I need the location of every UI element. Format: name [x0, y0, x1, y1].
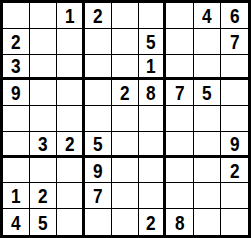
cell-r7c6[interactable] [139, 158, 166, 184]
cell-r8c7[interactable] [166, 183, 193, 209]
given-digit: 1 [11, 185, 21, 206]
cell-r1c3: 1 [57, 3, 84, 29]
cell-r1c9: 6 [221, 3, 248, 29]
given-digit: 8 [175, 212, 185, 233]
cell-r1c6[interactable] [139, 3, 166, 29]
cell-r2c4[interactable] [85, 29, 112, 55]
cell-r2c6: 5 [139, 29, 166, 55]
cell-r1c4: 2 [85, 3, 112, 29]
cell-r7c3[interactable] [57, 158, 84, 184]
cell-r2c2[interactable] [30, 29, 57, 55]
cell-r3c2[interactable] [30, 55, 57, 81]
given-digit: 3 [11, 55, 21, 76]
sudoku-board: 124625731928753259921274528 [0, 0, 251, 238]
given-digit: 7 [175, 82, 185, 103]
cell-r7c8[interactable] [194, 158, 221, 184]
cell-r5c2[interactable] [30, 106, 57, 132]
given-digit: 4 [11, 212, 21, 233]
cell-r8c3[interactable] [57, 183, 84, 209]
given-digit: 7 [230, 31, 240, 52]
cell-r8c2: 2 [30, 183, 57, 209]
given-digit: 2 [230, 160, 240, 181]
cell-r4c3[interactable] [57, 80, 84, 106]
cell-r1c8: 4 [194, 3, 221, 29]
cell-r4c6: 8 [139, 80, 166, 106]
given-digit: 2 [65, 133, 75, 154]
cell-r3c3[interactable] [57, 55, 84, 81]
cell-r5c1[interactable] [3, 106, 30, 132]
cell-r8c5[interactable] [112, 183, 139, 209]
cell-r4c7: 7 [166, 80, 193, 106]
cell-r5c3[interactable] [57, 106, 84, 132]
cell-r9c6: 2 [139, 209, 166, 235]
cell-r6c2: 3 [30, 132, 57, 158]
cell-r2c8[interactable] [194, 29, 221, 55]
cell-r5c6[interactable] [139, 106, 166, 132]
cell-r9c8[interactable] [194, 209, 221, 235]
cell-r4c1: 9 [3, 80, 30, 106]
cell-r5c7[interactable] [166, 106, 193, 132]
given-digit: 1 [65, 5, 75, 26]
given-digit: 9 [11, 82, 21, 103]
cell-r2c7[interactable] [166, 29, 193, 55]
given-digit: 2 [11, 31, 21, 52]
cell-r6c7[interactable] [166, 132, 193, 158]
cell-r4c4[interactable] [85, 80, 112, 106]
cell-r4c2[interactable] [30, 80, 57, 106]
cell-r9c4[interactable] [85, 209, 112, 235]
cell-r2c1: 2 [3, 29, 30, 55]
cell-r9c2: 5 [30, 209, 57, 235]
cell-r5c4[interactable] [85, 106, 112, 132]
cell-r6c3: 2 [57, 132, 84, 158]
cell-r6c9: 9 [221, 132, 248, 158]
cell-r3c6: 1 [139, 55, 166, 81]
cell-r4c9[interactable] [221, 80, 248, 106]
given-digit: 5 [39, 212, 49, 233]
cell-r4c8: 5 [194, 80, 221, 106]
cell-r2c5[interactable] [112, 29, 139, 55]
cell-r8c9[interactable] [221, 183, 248, 209]
cell-r4c5: 2 [112, 80, 139, 106]
given-digit: 5 [93, 133, 103, 154]
cell-r6c5[interactable] [112, 132, 139, 158]
sudoku-grid: 124625731928753259921274528 [3, 3, 248, 235]
cell-r5c8[interactable] [194, 106, 221, 132]
given-digit: 1 [146, 55, 156, 76]
cell-r3c8[interactable] [194, 55, 221, 81]
cell-r9c3[interactable] [57, 209, 84, 235]
cell-r7c7[interactable] [166, 158, 193, 184]
given-digit: 6 [230, 5, 240, 26]
cell-r9c5[interactable] [112, 209, 139, 235]
given-digit: 2 [120, 82, 130, 103]
cell-r1c5[interactable] [112, 3, 139, 29]
cell-r7c2[interactable] [30, 158, 57, 184]
cell-r7c5[interactable] [112, 158, 139, 184]
cell-r5c5[interactable] [112, 106, 139, 132]
given-digit: 2 [146, 212, 156, 233]
given-digit: 4 [202, 5, 212, 26]
cell-r2c9: 7 [221, 29, 248, 55]
cell-r8c6[interactable] [139, 183, 166, 209]
given-digit: 5 [146, 31, 156, 52]
cell-r9c9[interactable] [221, 209, 248, 235]
cell-r3c4[interactable] [85, 55, 112, 81]
cell-r1c7[interactable] [166, 3, 193, 29]
cell-r3c9[interactable] [221, 55, 248, 81]
given-digit: 5 [202, 82, 212, 103]
cell-r6c4: 5 [85, 132, 112, 158]
cell-r7c9: 2 [221, 158, 248, 184]
given-digit: 3 [39, 133, 49, 154]
cell-r6c8[interactable] [194, 132, 221, 158]
cell-r8c8[interactable] [194, 183, 221, 209]
cell-r3c1: 3 [3, 55, 30, 81]
cell-r6c6[interactable] [139, 132, 166, 158]
cell-r7c4: 9 [85, 158, 112, 184]
cell-r9c7: 8 [166, 209, 193, 235]
given-digit: 9 [93, 160, 103, 181]
cell-r7c1[interactable] [3, 158, 30, 184]
cell-r6c1[interactable] [3, 132, 30, 158]
cell-r9c1: 4 [3, 209, 30, 235]
cell-r3c7[interactable] [166, 55, 193, 81]
cell-r1c2[interactable] [30, 3, 57, 29]
given-digit: 2 [93, 5, 103, 26]
given-digit: 8 [146, 82, 156, 103]
given-digit: 2 [39, 185, 49, 206]
cell-r2c3[interactable] [57, 29, 84, 55]
cell-r5c9[interactable] [221, 106, 248, 132]
cell-r3c5[interactable] [112, 55, 139, 81]
cell-r8c4: 7 [85, 183, 112, 209]
cell-r1c1[interactable] [3, 3, 30, 29]
given-digit: 9 [230, 133, 240, 154]
given-digit: 7 [93, 185, 103, 206]
cell-r8c1: 1 [3, 183, 30, 209]
